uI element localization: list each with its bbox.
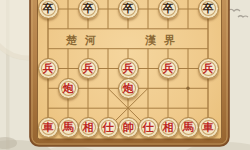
piece-black-soldier[interactable]: 卒 — [78, 0, 99, 19]
xiangqi-game-screen: 楚河 漢界 卒卒卒卒卒兵兵兵兵兵炮炮車馬相仕帥仕相馬車 — [0, 0, 250, 150]
piece-red-elephant[interactable]: 相 — [158, 117, 179, 138]
piece-red-chariot[interactable]: 車 — [38, 117, 59, 138]
piece-red-chariot[interactable]: 車 — [198, 117, 219, 138]
piece-red-soldier[interactable]: 兵 — [118, 58, 139, 79]
piece-red-soldier[interactable]: 兵 — [158, 58, 179, 79]
piece-red-elephant[interactable]: 相 — [78, 117, 99, 138]
birds-icon — [228, 9, 248, 17]
piece-black-soldier[interactable]: 卒 — [198, 0, 219, 19]
piece-layer: 卒卒卒卒卒兵兵兵兵兵炮炮車馬相仕帥仕相馬車 — [38, 0, 218, 138]
piece-red-soldier[interactable]: 兵 — [38, 58, 59, 79]
piece-red-advisor[interactable]: 仕 — [98, 117, 119, 138]
piece-red-soldier[interactable]: 兵 — [198, 58, 219, 79]
piece-black-soldier[interactable]: 卒 — [158, 0, 179, 19]
piece-red-horse[interactable]: 馬 — [58, 117, 79, 138]
piece-red-advisor[interactable]: 仕 — [138, 117, 159, 138]
piece-red-horse[interactable]: 馬 — [178, 117, 199, 138]
piece-red-general[interactable]: 帥 — [118, 117, 139, 138]
piece-red-soldier[interactable]: 兵 — [78, 58, 99, 79]
piece-red-cannon[interactable]: 炮 — [118, 78, 139, 99]
piece-red-cannon[interactable]: 炮 — [58, 78, 79, 99]
piece-black-soldier[interactable]: 卒 — [118, 0, 139, 19]
piece-black-soldier[interactable]: 卒 — [38, 0, 59, 19]
